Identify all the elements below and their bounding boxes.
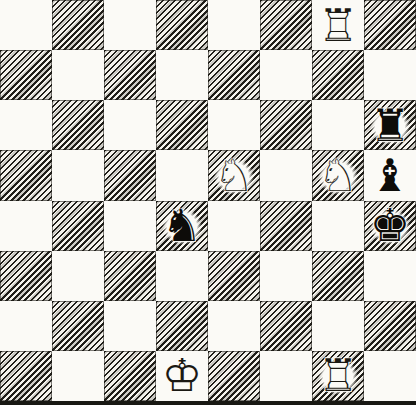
square-f1 <box>260 351 312 401</box>
square-b6 <box>52 100 104 150</box>
square-h1 <box>364 351 416 401</box>
square-a1 <box>0 351 52 401</box>
square-f3 <box>260 251 312 301</box>
square-g1: ♖ <box>312 351 364 401</box>
square-d8 <box>156 0 208 50</box>
square-b4 <box>52 201 104 251</box>
square-g8: ♖ <box>312 0 364 50</box>
square-f4 <box>260 201 312 251</box>
square-c1 <box>104 351 156 401</box>
square-b3 <box>52 251 104 301</box>
square-e8 <box>208 0 260 50</box>
square-f8 <box>260 0 312 50</box>
square-f7 <box>260 50 312 100</box>
black-knight-d4-icon: ♞ <box>159 202 205 249</box>
white-rook-g8-icon: ♖ <box>315 2 361 49</box>
square-h3 <box>364 251 416 301</box>
square-f2 <box>260 301 312 351</box>
square-h2 <box>364 301 416 351</box>
square-b7 <box>52 50 104 100</box>
square-e4 <box>208 201 260 251</box>
square-g6 <box>312 100 364 150</box>
square-f5 <box>260 150 312 200</box>
square-d4: ♞ <box>156 201 208 251</box>
square-e1 <box>208 351 260 401</box>
square-e3 <box>208 251 260 301</box>
chess-diagram: ♖♜♘♘♝♞♚♔♖ <box>0 0 416 405</box>
square-g7 <box>312 50 364 100</box>
black-king-h4-icon: ♚ <box>367 202 413 249</box>
square-b1 <box>52 351 104 401</box>
square-e5: ♘ <box>208 150 260 200</box>
square-c8 <box>104 0 156 50</box>
white-king-d1-icon: ♔ <box>159 352 205 399</box>
square-d5 <box>156 150 208 200</box>
square-d1: ♔ <box>156 351 208 401</box>
square-c6 <box>104 100 156 150</box>
square-c3 <box>104 251 156 301</box>
square-h6: ♜ <box>364 100 416 150</box>
white-knight-g5-icon: ♘ <box>315 152 361 199</box>
square-c2 <box>104 301 156 351</box>
square-e2 <box>208 301 260 351</box>
square-h8 <box>364 0 416 50</box>
square-d3 <box>156 251 208 301</box>
chess-board: ♖♜♘♘♝♞♚♔♖ <box>0 0 416 405</box>
square-f6 <box>260 100 312 150</box>
square-c5 <box>104 150 156 200</box>
square-b2 <box>52 301 104 351</box>
square-g5: ♘ <box>312 150 364 200</box>
square-a3 <box>0 251 52 301</box>
square-a5 <box>0 150 52 200</box>
black-bishop-h5-icon: ♝ <box>367 152 413 199</box>
white-rook-g1-icon: ♖ <box>315 352 361 399</box>
square-d7 <box>156 50 208 100</box>
square-e7 <box>208 50 260 100</box>
square-h7 <box>364 50 416 100</box>
white-knight-e5-icon: ♘ <box>211 152 257 199</box>
square-g3 <box>312 251 364 301</box>
square-a4 <box>0 201 52 251</box>
square-c4 <box>104 201 156 251</box>
square-a2 <box>0 301 52 351</box>
square-g2 <box>312 301 364 351</box>
square-h5: ♝ <box>364 150 416 200</box>
square-h4: ♚ <box>364 201 416 251</box>
square-d2 <box>156 301 208 351</box>
square-b5 <box>52 150 104 200</box>
square-g4 <box>312 201 364 251</box>
square-b8 <box>52 0 104 50</box>
square-a7 <box>0 50 52 100</box>
square-d6 <box>156 100 208 150</box>
black-rook-h6-icon: ♜ <box>367 102 413 149</box>
square-a6 <box>0 100 52 150</box>
square-a8 <box>0 0 52 50</box>
square-e6 <box>208 100 260 150</box>
square-c7 <box>104 50 156 100</box>
